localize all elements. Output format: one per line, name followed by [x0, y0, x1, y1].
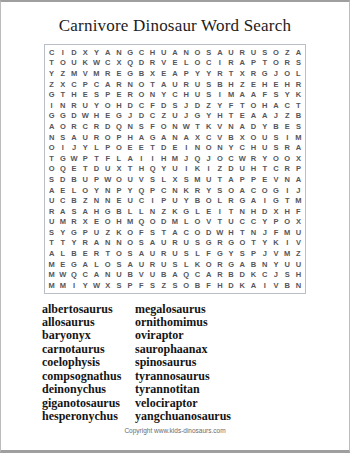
grid-cell: S — [136, 121, 147, 132]
grid-cell: K — [248, 269, 259, 280]
puzzle-sheet: Carnivore Dinosaur Word Search CIDXYANGC… — [0, 0, 350, 453]
grid-cell: D — [192, 100, 203, 111]
grid-cell: T — [192, 121, 203, 132]
grid-cell: H — [214, 280, 225, 291]
grid-cell: O — [136, 79, 147, 90]
grid-cell: I — [214, 89, 225, 100]
grid-cell: P — [80, 79, 91, 90]
grid-cell: B — [192, 195, 203, 206]
grid-cell: N — [102, 269, 113, 280]
grid-cell: C — [248, 217, 259, 228]
grid-cell: R — [192, 185, 203, 196]
grid-cell: P — [102, 89, 113, 100]
page: Carnivore Dinosaur Word Search CIDXYANGC… — [0, 0, 350, 462]
grid-cell: C — [270, 164, 281, 175]
grid-cell: B — [225, 269, 236, 280]
grid-cell: G — [102, 206, 113, 217]
grid-cell: U — [259, 132, 270, 143]
grid-cell: T — [259, 58, 270, 69]
grid-cell: M — [293, 195, 304, 206]
grid-cell: G — [57, 153, 68, 164]
grid-cell: P — [113, 132, 124, 143]
grid-cell: J — [181, 100, 192, 111]
grid-cell: P — [113, 185, 124, 196]
grid-cell: M — [46, 259, 57, 270]
grid-cell: K — [293, 89, 304, 100]
grid-cell: R — [46, 206, 57, 217]
grid-cell: V — [270, 280, 281, 291]
grid-cell: H — [248, 164, 259, 175]
grid-cell: F — [147, 100, 158, 111]
grid-cell: Y — [80, 280, 91, 291]
grid-cell: K — [237, 280, 248, 291]
word-search-grid: CIDXYANGCHUANOSAURUSOZATOUKWCXQDRVELOCIR… — [44, 44, 306, 294]
grid-cell: R — [102, 68, 113, 79]
grid-cell: G — [237, 195, 248, 206]
grid-cell: A — [293, 47, 304, 58]
grid-cell: C — [237, 142, 248, 153]
grid-cell: U — [158, 47, 169, 58]
grid-cell: B — [270, 121, 281, 132]
grid-cell: E — [113, 89, 124, 100]
grid-cell: I — [203, 164, 214, 175]
grid-cell: A — [46, 121, 57, 132]
grid-cell: O — [259, 185, 270, 196]
grid-cell: R — [248, 68, 259, 79]
grid-cell: L — [181, 217, 192, 228]
grid-cell: Y — [225, 142, 236, 153]
grid-cell: N — [169, 132, 180, 143]
grid-cell: U — [147, 269, 158, 280]
grid-cell: Z — [237, 79, 248, 90]
grid-cell: C — [80, 269, 91, 280]
grid-cell: I — [46, 100, 57, 111]
grid-cell: I — [282, 132, 293, 143]
grid-cell: C — [147, 111, 158, 122]
grid-cell: E — [68, 164, 79, 175]
grid-cell: N — [102, 185, 113, 196]
grid-cell: T — [46, 238, 57, 249]
grid-cell: O — [203, 259, 214, 270]
grid-cell: M — [169, 217, 180, 228]
grid-cell: U — [293, 259, 304, 270]
grid-cell: Y — [203, 185, 214, 196]
grid-cell: D — [102, 121, 113, 132]
grid-cell: U — [282, 259, 293, 270]
grid-cell: A — [169, 227, 180, 238]
grid-cell: O — [270, 153, 281, 164]
grid-cell: N — [57, 100, 68, 111]
word-item: saurophaanax — [135, 343, 231, 356]
grid-cell: I — [282, 238, 293, 249]
grid-cell: S — [46, 227, 57, 238]
grid-cell: T — [80, 164, 91, 175]
grid-cell: P — [125, 280, 136, 291]
grid-cell: T — [57, 89, 68, 100]
grid-cell: E — [158, 68, 169, 79]
grid-cell: Q — [125, 58, 136, 69]
grid-cell: F — [136, 227, 147, 238]
grid-cell: N — [113, 238, 124, 249]
grid-cell: B — [113, 206, 124, 217]
grid-cell: M — [57, 280, 68, 291]
grid-cell: A — [293, 142, 304, 153]
grid-cell: Y — [91, 100, 102, 111]
grid-cell: Y — [259, 121, 270, 132]
word-item: allosaurus — [42, 316, 135, 329]
grid-cell: V — [270, 248, 281, 259]
grid-cell: Z — [214, 164, 225, 175]
grid-cell: N — [46, 132, 57, 143]
grid-cell: O — [192, 217, 203, 228]
grid-cell: U — [259, 142, 270, 153]
grid-cell: D — [68, 47, 79, 58]
grid-cell: Z — [80, 195, 91, 206]
grid-cell: Z — [102, 227, 113, 238]
grid-cell: K — [203, 121, 214, 132]
grid-cell: S — [293, 58, 304, 69]
grid-cell: R — [91, 248, 102, 259]
grid-cell: F — [293, 206, 304, 217]
grid-cell: R — [237, 47, 248, 58]
grid-cell: O — [136, 89, 147, 100]
grid-cell: O — [102, 259, 113, 270]
grid-cell: S — [147, 174, 158, 185]
grid-cell: D — [136, 58, 147, 69]
grid-cell: T — [225, 111, 236, 122]
grid-cell: Y — [57, 227, 68, 238]
grid-cell: L — [293, 68, 304, 79]
grid-cell: O — [57, 58, 68, 69]
grid-cell: M — [282, 227, 293, 238]
grid-cell: R — [147, 58, 158, 69]
grid-cell: U — [102, 164, 113, 175]
grid-cell: E — [125, 142, 136, 153]
grid-cell: O — [237, 238, 248, 249]
grid-cell: N — [192, 142, 203, 153]
grid-cell: X — [192, 132, 203, 143]
grid-cell: Y — [259, 238, 270, 249]
grid-cell: P — [237, 174, 248, 185]
grid-cell: K — [181, 185, 192, 196]
grid-cell: P — [158, 195, 169, 206]
grid-cell: G — [270, 195, 281, 206]
grid-cell: A — [270, 100, 281, 111]
grid-cell: I — [259, 195, 270, 206]
grid-cell: A — [57, 206, 68, 217]
grid-cell: A — [147, 238, 158, 249]
grid-cell: W — [214, 227, 225, 238]
grid-cell: F — [203, 248, 214, 259]
grid-cell: M — [293, 132, 304, 143]
grid-cell: A — [91, 238, 102, 249]
grid-cell: B — [125, 269, 136, 280]
grid-cell: M — [125, 217, 136, 228]
grid-cell: X — [80, 217, 91, 228]
grid-cell: S — [91, 89, 102, 100]
grid-cell: D — [225, 280, 236, 291]
grid-cell: G — [147, 132, 158, 143]
grid-cell: C — [136, 100, 147, 111]
grid-cell: I — [181, 142, 192, 153]
grid-cell: M — [169, 153, 180, 164]
grid-cell: B — [282, 280, 293, 291]
grid-cell: L — [125, 206, 136, 217]
grid-cell: I — [282, 185, 293, 196]
grid-cell: Q — [147, 164, 158, 175]
grid-cell: G — [113, 111, 124, 122]
grid-cell: D — [158, 217, 169, 228]
grid-cell: S — [203, 79, 214, 90]
grid-cell: L — [68, 185, 79, 196]
grid-cell: X — [293, 217, 304, 228]
grid-cell: Y — [125, 185, 136, 196]
grid-cell: U — [192, 79, 203, 90]
grid-cell: H — [248, 142, 259, 153]
grid-cell: Q — [192, 153, 203, 164]
grid-cell: H — [282, 206, 293, 217]
grid-cell: S — [169, 280, 180, 291]
grid-cell: H — [282, 79, 293, 90]
grid-cell: Y — [68, 238, 79, 249]
grid-cell: D — [248, 121, 259, 132]
grid-cell: T — [237, 100, 248, 111]
grid-cell: J — [293, 185, 304, 196]
grid-cell: G — [181, 206, 192, 217]
grid-cell: R — [282, 164, 293, 175]
grid-cell: O — [270, 47, 281, 58]
grid-cell: A — [125, 153, 136, 164]
grid-cell: B — [225, 132, 236, 143]
grid-cell: F — [270, 227, 281, 238]
grid-cell: D — [158, 142, 169, 153]
grid-cell: A — [248, 280, 259, 291]
grid-cell: V — [158, 58, 169, 69]
word-item: baryonyx — [42, 329, 135, 342]
grid-cell: H — [225, 227, 236, 238]
grid-cell: M — [46, 280, 57, 291]
grid-cell: R — [282, 142, 293, 153]
grid-cell: Z — [158, 206, 169, 217]
grid-cell: C — [102, 58, 113, 69]
grid-cell: K — [192, 164, 203, 175]
grid-cell: X — [102, 280, 113, 291]
grid-cell: D — [68, 111, 79, 122]
grid-cell: C — [282, 100, 293, 111]
grid-cell: S — [113, 259, 124, 270]
grid-cell: O — [125, 238, 136, 249]
grid-cell: N — [181, 47, 192, 58]
grid-cell: A — [237, 121, 248, 132]
grid-cell: U — [80, 132, 91, 143]
grid-cell: O — [102, 100, 113, 111]
grid-cell: E — [248, 79, 259, 90]
grid-cell: H — [91, 111, 102, 122]
grid-cell: Y — [214, 100, 225, 111]
page-title: Carnivore Dinosaur Word Search — [1, 15, 349, 37]
grid-cell: W — [237, 153, 248, 164]
word-item: ornithomimus — [135, 316, 231, 329]
grid-cell: S — [270, 142, 281, 153]
grid-cell: E — [169, 58, 180, 69]
grid-cell: X — [113, 164, 124, 175]
grid-cell: I — [68, 280, 79, 291]
grid-cell: Y — [181, 195, 192, 206]
grid-cell: V — [214, 132, 225, 143]
grid-cell: J — [203, 153, 214, 164]
grid-cell: U — [248, 47, 259, 58]
grid-cell: E — [270, 79, 281, 90]
grid-cell: B — [158, 269, 169, 280]
grid-cell: G — [225, 259, 236, 270]
grid-cell: Q — [57, 164, 68, 175]
grid-cell: S — [125, 248, 136, 259]
grid-cell: V — [136, 174, 147, 185]
word-list-column-1: albertosaurusallosaurusbaryonyxcarnotaur… — [42, 303, 135, 424]
grid-cell: C — [203, 58, 214, 69]
grid-cell: S — [113, 280, 124, 291]
grid-cell: T — [225, 68, 236, 79]
grid-cell: M — [282, 248, 293, 259]
grid-cell: I — [136, 153, 147, 164]
grid-cell: X — [270, 206, 281, 217]
grid-cell: R — [214, 259, 225, 270]
grid-cell: C — [225, 153, 236, 164]
grid-cell: Q — [136, 185, 147, 196]
grid-cell: T — [293, 100, 304, 111]
grid-cell: R — [214, 269, 225, 280]
grid-cell: Q — [113, 121, 124, 132]
grid-cell: R — [248, 153, 259, 164]
grid-cell: U — [46, 195, 57, 206]
grid-cell: E — [80, 248, 91, 259]
grid-cell: N — [102, 195, 113, 206]
grid-cell: S — [293, 121, 304, 132]
word-item: velociraptor — [135, 397, 231, 410]
grid-cell: U — [169, 164, 180, 175]
grid-cell: U — [158, 259, 169, 270]
grid-cell: F — [225, 100, 236, 111]
grid-cell: S — [136, 238, 147, 249]
grid-cell: A — [248, 89, 259, 100]
grid-cell: R — [113, 79, 124, 90]
grid-cell: B — [136, 68, 147, 79]
grid-cell: J — [259, 248, 270, 259]
word-list-column-2: megalosaurusornithomimusoviraptorsauroph… — [135, 303, 231, 424]
grid-cell: N — [91, 195, 102, 206]
grid-cell: U — [169, 248, 180, 259]
grid-cell: P — [248, 58, 259, 69]
grid-cell: A — [237, 185, 248, 196]
word-item: oviraptor — [135, 329, 231, 342]
grid-cell: E — [237, 111, 248, 122]
grid-cell: B — [68, 174, 79, 185]
grid-cell: R — [91, 132, 102, 143]
grid-cell: A — [293, 174, 304, 185]
grid-cell: U — [46, 217, 57, 228]
grid-cell: C — [80, 121, 91, 132]
grid-cell: U — [169, 195, 180, 206]
grid-cell: N — [282, 174, 293, 185]
grid-cell: O — [248, 132, 259, 143]
grid-cell: J — [270, 111, 281, 122]
grid-cell: R — [68, 217, 79, 228]
grid-cell: X — [237, 132, 248, 143]
grid-cell: A — [68, 132, 79, 143]
grid-cell: P — [248, 174, 259, 185]
grid-cell: U — [225, 47, 236, 58]
grid-cell: S — [46, 174, 57, 185]
grid-cell: V — [203, 217, 214, 228]
grid-cell: A — [237, 89, 248, 100]
grid-cell: O — [248, 100, 259, 111]
grid-cell: N — [169, 185, 180, 196]
grid-cell: K — [169, 206, 180, 217]
grid-cell: S — [147, 227, 158, 238]
grid-cell: K — [192, 259, 203, 270]
grid-cell: O — [113, 174, 124, 185]
grid-cell: V — [80, 68, 91, 79]
grid-cell: A — [125, 259, 136, 270]
grid-cell: Z — [282, 111, 293, 122]
grid-cell: O — [102, 217, 113, 228]
grid-cell: A — [225, 174, 236, 185]
grid-cell: Y — [259, 153, 270, 164]
grid-cell: A — [102, 79, 113, 90]
grid-cell: G — [225, 238, 236, 249]
grid-cell: G — [125, 68, 136, 79]
grid-cell: O — [125, 227, 136, 238]
word-item: tyrannosaurus — [135, 370, 231, 383]
grid-cell: E — [113, 195, 124, 206]
grid-cell: H — [113, 100, 124, 111]
grid-cell: A — [102, 47, 113, 58]
grid-cell: L — [91, 259, 102, 270]
grid-cell: Y — [158, 164, 169, 175]
grid-cell: V — [270, 174, 281, 185]
grid-cell: O — [80, 185, 91, 196]
grid-cell: U — [80, 100, 91, 111]
grid-cell: J — [270, 269, 281, 280]
grid-cell: X — [80, 47, 91, 58]
grid-cell: D — [203, 227, 214, 238]
grid-cell: T — [214, 217, 225, 228]
grid-cell: U — [136, 259, 147, 270]
grid-cell: C — [192, 269, 203, 280]
grid-cell: I — [147, 153, 158, 164]
grid-cell: P — [91, 174, 102, 185]
grid-cell: T — [158, 227, 169, 238]
grid-cell: R — [125, 89, 136, 100]
grid-cell: F — [259, 89, 270, 100]
grid-cell: M — [91, 68, 102, 79]
grid-cell: H — [158, 153, 169, 164]
grid-cell: H — [113, 217, 124, 228]
grid-cell: L — [91, 142, 102, 153]
grid-cell: U — [293, 227, 304, 238]
word-item: tyrannotitan — [135, 383, 231, 396]
grid-cell: S — [270, 132, 281, 143]
grid-cell: E — [57, 185, 68, 196]
grid-cell: I — [57, 142, 68, 153]
grid-cell: P — [80, 227, 91, 238]
grid-cell: T — [125, 164, 136, 175]
grid-cell: E — [80, 89, 91, 100]
grid-cell: C — [46, 47, 57, 58]
grid-cell: R — [214, 238, 225, 249]
grid-cell: H — [181, 89, 192, 100]
grid-cell: U — [125, 195, 136, 206]
